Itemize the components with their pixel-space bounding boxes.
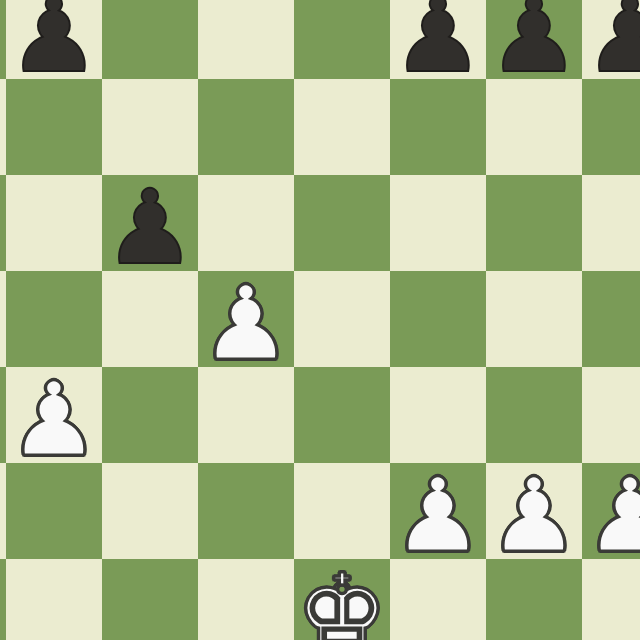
square-b7[interactable]: ♟ <box>6 0 102 79</box>
square-h7[interactable]: ♟ <box>582 0 640 79</box>
piece-black-pawn[interactable]: ♟ <box>104 179 196 275</box>
square-g4[interactable] <box>486 271 582 367</box>
square-d1[interactable] <box>198 559 294 640</box>
square-d7[interactable] <box>198 0 294 79</box>
chessboard-viewport: ♟♟♟♟♟♟♟♟♟♟♚ <box>0 0 640 640</box>
square-h5[interactable] <box>582 175 640 271</box>
square-b1[interactable] <box>6 559 102 640</box>
square-f5[interactable] <box>390 175 486 271</box>
square-f7[interactable]: ♟ <box>390 0 486 79</box>
square-e1[interactable]: ♚ <box>294 559 390 640</box>
piece-white-king[interactable]: ♚ <box>296 563 388 640</box>
chessboard: ♟♟♟♟♟♟♟♟♟♟♚ <box>0 0 640 640</box>
piece-black-pawn[interactable]: ♟ <box>392 0 484 83</box>
piece-white-pawn[interactable]: ♟ <box>392 467 484 563</box>
square-c6[interactable] <box>102 79 198 175</box>
square-c1[interactable] <box>102 559 198 640</box>
square-f3[interactable] <box>390 367 486 463</box>
square-h3[interactable] <box>582 367 640 463</box>
square-g2[interactable]: ♟ <box>486 463 582 559</box>
square-h4[interactable] <box>582 271 640 367</box>
square-c7[interactable] <box>102 0 198 79</box>
square-h2[interactable]: ♟ <box>582 463 640 559</box>
square-c5[interactable]: ♟ <box>102 175 198 271</box>
square-b4[interactable] <box>6 271 102 367</box>
square-c2[interactable] <box>102 463 198 559</box>
piece-black-pawn[interactable]: ♟ <box>8 0 100 83</box>
square-e3[interactable] <box>294 367 390 463</box>
piece-white-pawn[interactable]: ♟ <box>200 275 292 371</box>
square-g3[interactable] <box>486 367 582 463</box>
square-g5[interactable] <box>486 175 582 271</box>
square-d2[interactable] <box>198 463 294 559</box>
square-d4[interactable]: ♟ <box>198 271 294 367</box>
square-e7[interactable] <box>294 0 390 79</box>
square-e5[interactable] <box>294 175 390 271</box>
square-b3[interactable]: ♟ <box>6 367 102 463</box>
square-g7[interactable]: ♟ <box>486 0 582 79</box>
square-f2[interactable]: ♟ <box>390 463 486 559</box>
square-c3[interactable] <box>102 367 198 463</box>
piece-white-pawn[interactable]: ♟ <box>488 467 580 563</box>
piece-white-pawn[interactable]: ♟ <box>8 371 100 467</box>
square-e6[interactable] <box>294 79 390 175</box>
square-b5[interactable] <box>6 175 102 271</box>
piece-black-pawn[interactable]: ♟ <box>584 0 640 83</box>
square-e4[interactable] <box>294 271 390 367</box>
piece-white-pawn[interactable]: ♟ <box>584 467 640 563</box>
square-d5[interactable] <box>198 175 294 271</box>
piece-black-pawn[interactable]: ♟ <box>488 0 580 83</box>
square-d6[interactable] <box>198 79 294 175</box>
square-f4[interactable] <box>390 271 486 367</box>
square-e2[interactable] <box>294 463 390 559</box>
